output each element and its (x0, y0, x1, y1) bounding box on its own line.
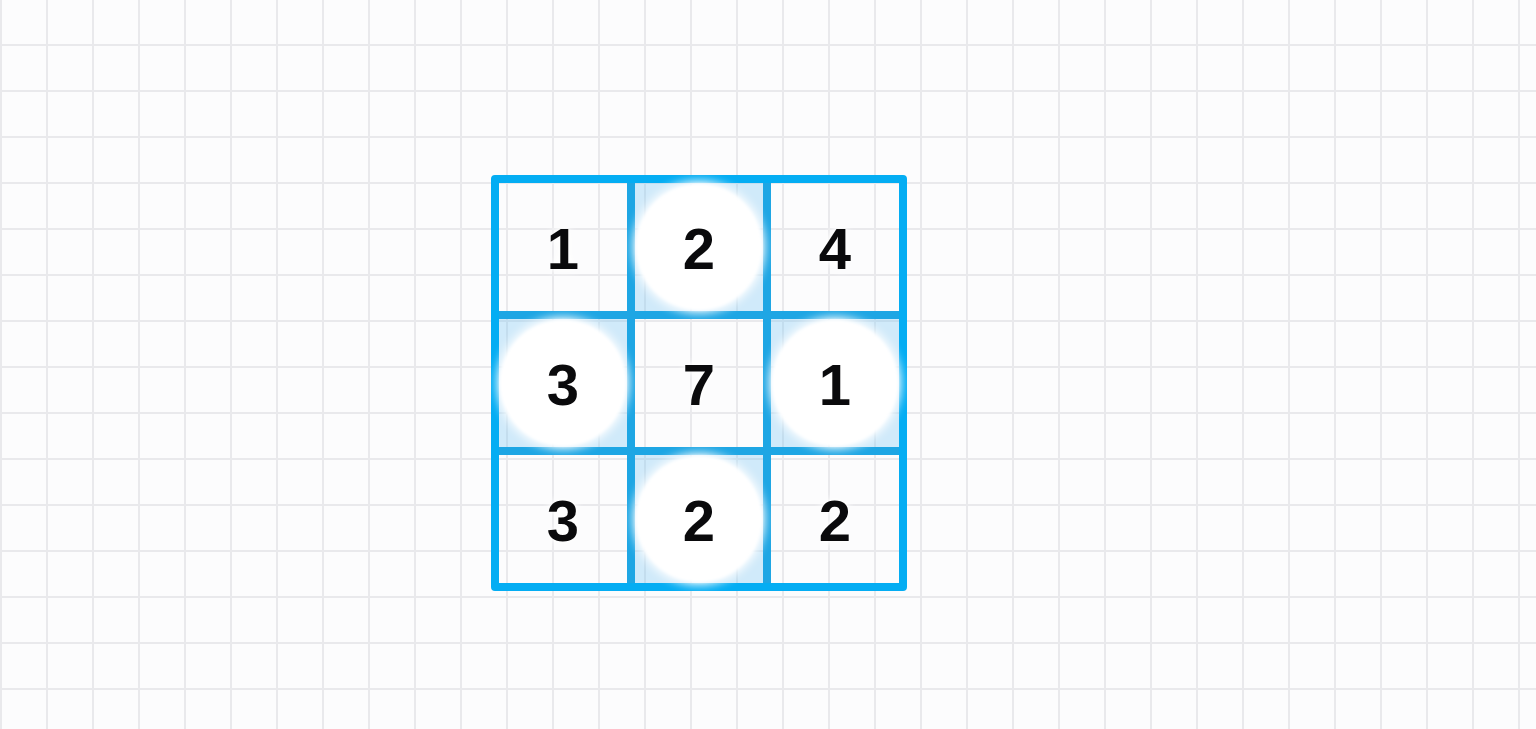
cell-value: 3 (547, 488, 579, 550)
cell-value: 4 (819, 216, 851, 278)
grid-cell-r2c0[interactable]: 3 (499, 455, 627, 583)
cell-value: 2 (819, 488, 851, 550)
cell-value: 7 (683, 352, 715, 414)
grid-cell-r1c2[interactable]: 1 (771, 319, 899, 447)
cell-value: 1 (547, 216, 579, 278)
grid-cell-r0c0[interactable]: 1 (499, 183, 627, 311)
cell-value: 1 (819, 352, 851, 414)
grid-cell-r1c1[interactable]: 7 (635, 319, 763, 447)
inner-grid-line-horizontal-1 (499, 311, 899, 319)
inner-grid-line-vertical-1 (627, 183, 635, 583)
graph-paper-background: { "game": "number-grid circle-selection … (0, 0, 1536, 729)
grid-cell-r1c0[interactable]: 3 (499, 319, 627, 447)
cell-value: 2 (683, 216, 715, 278)
cell-value: 2 (683, 488, 715, 550)
inner-grid-line-horizontal-2 (499, 447, 899, 455)
grid-cell-r0c1[interactable]: 2 (635, 183, 763, 311)
grid-cell-r2c2[interactable]: 2 (771, 455, 899, 583)
grid-cell-r2c1[interactable]: 2 (635, 455, 763, 583)
inner-grid-line-vertical-2 (763, 183, 771, 583)
grid-cell-r0c2[interactable]: 4 (771, 183, 899, 311)
puzzle-board: 1 2 4 3 7 1 3 2 2 (491, 175, 907, 591)
cell-value: 3 (547, 352, 579, 414)
